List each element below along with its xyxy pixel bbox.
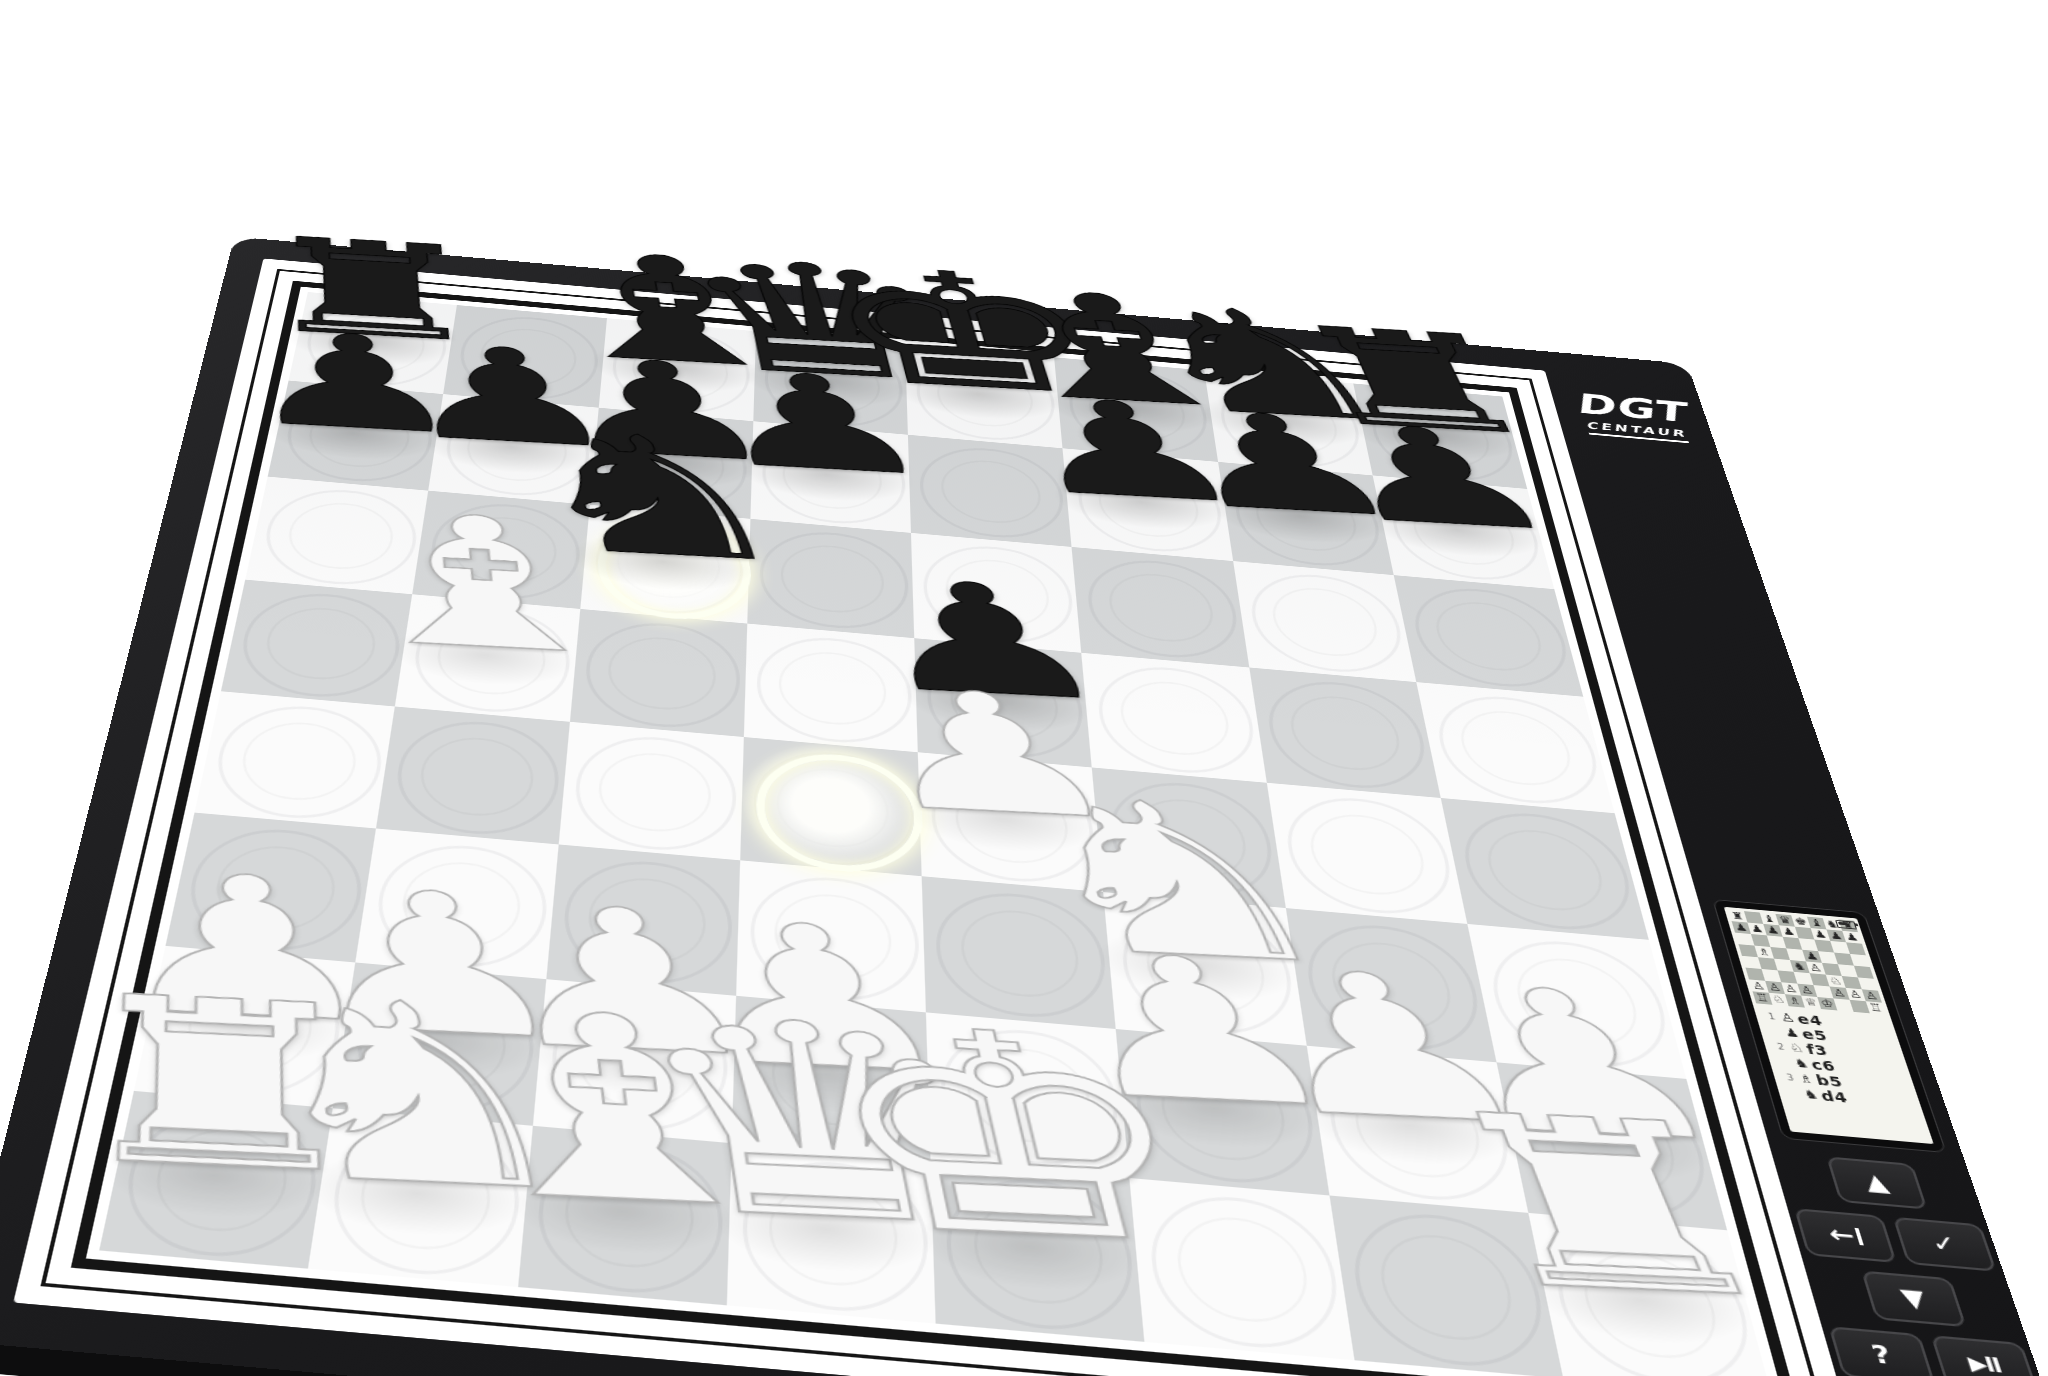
sensor-circle-print-inner <box>965 1044 1093 1148</box>
move-row-5: 3♗b5 <box>1777 1069 1915 1096</box>
white-bishop-glyph: ♝ <box>435 977 809 1248</box>
question-mark-icon: ? <box>1869 1342 1894 1369</box>
lcd-square-h5 <box>1850 954 1870 967</box>
piece-shadow <box>311 988 551 1092</box>
sensor-circle-print <box>390 716 564 841</box>
sensor-circle-print <box>741 1155 929 1318</box>
lcd-square-c8: ♝ <box>1760 913 1779 926</box>
lcd-square-c6 <box>1767 935 1786 948</box>
battery-level <box>1838 922 1847 925</box>
white-bishop-icon: ♗ <box>1794 1071 1819 1086</box>
lcd-square-g7: ♟ <box>1826 929 1846 942</box>
sensor-circle-print-inner <box>1374 1230 1521 1345</box>
sensor-circle-print <box>1512 1073 1720 1225</box>
move-row-4: ♞c6 <box>1772 1053 1909 1080</box>
sensor-circle-print <box>149 956 349 1103</box>
down-button[interactable]: ▼ <box>1861 1270 1967 1327</box>
move-number: 1 <box>1760 1011 1779 1021</box>
lcd-square-c5 <box>1770 947 1790 960</box>
square-f2 <box>1116 1029 1329 1196</box>
sensor-circle-print-inner <box>416 733 537 820</box>
sensor-circle-print-inner <box>772 1027 896 1131</box>
lcd-square-h1: ♖ <box>1866 1001 1886 1014</box>
sensor-circle-print-inner <box>377 994 510 1097</box>
printed-board-surface: ♜♝♛♚♝♞♜♟♟♟♟♟♟♟♞♝♟♟♞♟♟♟♟♟♟♟♜♞♝♛♚♜ <box>13 259 1862 1376</box>
sensor-circle-print <box>532 1138 725 1300</box>
sensor-circle-print <box>547 990 730 1138</box>
lcd-square-d1: ♕ <box>1801 996 1821 1009</box>
lcd-square-e6 <box>1798 938 1818 951</box>
white-pawn-glyph: ♟ <box>1404 959 1756 1171</box>
white-knight-icon: ♘ <box>1785 1041 1809 1056</box>
lcd-square-c4 <box>1774 959 1794 972</box>
sensor-circle-print <box>571 731 738 856</box>
lcd-mini-board: ♜♝♛♚♝♞♜♟♟♟♟♟♟♟♗♟♞♙♘♙♙♙♙♙♙♙♖♘♗♕♔♖ <box>1728 910 1886 1015</box>
sensor-circle-print <box>745 1006 924 1155</box>
sensor-circle-print-inner <box>596 749 712 836</box>
move-row-1: 1♙e4 <box>1759 1008 1894 1034</box>
sensor-circle-print <box>1544 1225 1764 1376</box>
piece-shadow <box>1506 1243 1769 1359</box>
lcd-square-g1 <box>1850 1000 1870 1013</box>
lcd-square-h8: ♜ <box>1838 919 1858 932</box>
sensor-circle-print <box>324 1120 526 1281</box>
piece-shadow <box>492 1155 739 1269</box>
dgt-centaur-board: ♜♝♛♚♝♞♜♟♟♟♟♟♟♟♞♝♟♟♞♟♟♟♟♟♟♟♜♞♝♛♚♜ DGT CEN… <box>0 237 2048 1376</box>
lcd-square-g3 <box>1842 976 1862 989</box>
piece-layer: ♜♝♛♚♝♞♜♟♟♟♟♟♟♟♞♝♟♟♞♟♟♟♟♟♟♟♜♞♝♛♚♜ <box>99 292 1772 1376</box>
lcd-square-b2: ♙ <box>1765 981 1785 994</box>
lcd-square-f8: ♝ <box>1807 917 1827 930</box>
move-number <box>1775 1061 1792 1062</box>
piece-white-bishop-c1[interactable]: ♝ <box>370 974 878 1252</box>
scene: ♜♝♛♚♝♞♜♟♟♟♟♟♟♟♞♝♟♟♞♟♟♟♟♟♟♟♜♞♝♛♚♜ DGT CEN… <box>118 0 1855 1376</box>
up-button[interactable]: ▲ <box>1826 1156 1928 1209</box>
square-e1 <box>931 1160 1145 1342</box>
lcd-square-f7: ♟ <box>1811 928 1831 941</box>
piece-shadow <box>78 1119 336 1232</box>
square-f1 <box>1130 1178 1354 1360</box>
sensor-circle-print-inner <box>1481 825 1612 914</box>
sensor-circle-print-inner <box>972 1195 1106 1309</box>
white-king-glyph: ♚ <box>798 991 1235 1288</box>
lcd-square-b4 <box>1758 957 1778 970</box>
lcd-square-e5: ♟ <box>1802 950 1822 963</box>
sensor-circle-print <box>348 973 539 1120</box>
lcd-square-f2: ♙ <box>1830 986 1850 999</box>
white-pawn-icon: ♙ <box>1775 1010 1799 1025</box>
move-number: 3 <box>1778 1072 1797 1082</box>
move-san: d4 <box>1819 1088 1920 1112</box>
move-row-2: ♟e5 <box>1763 1023 1899 1050</box>
square-d1 <box>726 1143 935 1324</box>
square-a4 <box>194 691 395 828</box>
lcd-square-e3 <box>1810 973 1830 986</box>
move-number <box>1784 1092 1801 1093</box>
white-knight-glyph: ♞ <box>248 966 599 1230</box>
piece-white-knight-b1[interactable]: ♞ <box>181 963 667 1233</box>
lcd-square-e8: ♚ <box>1791 915 1810 928</box>
move-san: e4 <box>1795 1011 1894 1034</box>
square-a1 <box>99 1091 333 1269</box>
lcd-square-d7: ♟ <box>1779 925 1798 938</box>
piece-shadow <box>1092 1055 1332 1161</box>
sensor-circle-print-inner <box>1541 1094 1686 1200</box>
lcd-square-b3 <box>1762 969 1782 982</box>
lcd-square-d4: ♞ <box>1790 960 1810 973</box>
square-b4 <box>376 707 569 845</box>
sensor-circle-print-inner <box>147 1125 294 1237</box>
lcd-square-f5 <box>1818 951 1838 964</box>
sensor-circle-print <box>1321 1056 1521 1207</box>
sensor-circle-print-inner <box>1173 1213 1314 1327</box>
play-pause-button[interactable]: ▶II <box>1930 1335 2039 1376</box>
lcd-square-b5: ♗ <box>1754 946 1774 959</box>
lcd-square-d5 <box>1786 948 1806 961</box>
play-area: ♜♝♛♚♝♞♜♟♟♟♟♟♟♟♞♝♟♟♞♟♟♟♟♟♟♟♜♞♝♛♚♜ <box>99 292 1772 1376</box>
lcd-square-a1: ♖ <box>1753 991 1773 1004</box>
back-arrow-icon: ← <box>1826 1222 1858 1248</box>
help-button[interactable]: ? <box>1828 1326 1935 1376</box>
piece-shadow <box>903 1190 1149 1305</box>
move-san: f3 <box>1804 1041 1904 1065</box>
back-arrow-bar <box>1854 1228 1863 1245</box>
move-row-3: 2♘f3 <box>1768 1038 1905 1065</box>
lcd-square-d6 <box>1783 937 1803 950</box>
sensor-circle-print <box>1130 1040 1322 1190</box>
square-g1 <box>1329 1195 1563 1376</box>
lcd-square-h7: ♟ <box>1842 931 1862 944</box>
black-knight-icon: ♞ <box>1789 1056 1813 1071</box>
white-rook-glyph: ♜ <box>1412 1083 1816 1334</box>
piece-shadow <box>285 1137 537 1250</box>
square-h4 <box>1440 798 1648 940</box>
sensor-circle-print-inner <box>562 1160 696 1273</box>
up-arrow-icon: ▲ <box>1862 1170 1892 1195</box>
lcd-square-e4: ♙ <box>1806 961 1826 974</box>
piece-white-rook-a1[interactable]: ♜ <box>0 963 443 1212</box>
battery-icon <box>1835 920 1857 930</box>
lcd-square-a5 <box>1738 944 1757 957</box>
lcd-square-c2: ♙ <box>1781 982 1801 995</box>
lcd-square-c3 <box>1778 970 1798 983</box>
board-stage: ♜♝♛♚♝♞♜♟♟♟♟♟♟♟♞♝♟♟♞♟♟♟♟♟♟♟♜♞♝♛♚♜ DGT CEN… <box>118 0 1855 1376</box>
lcd-square-h3 <box>1858 977 1878 990</box>
piece-shadow <box>114 971 359 1074</box>
move-row-6: ♞d4 <box>1782 1084 1921 1111</box>
play-pause-icon: ▶II <box>1965 1353 2003 1375</box>
lcd-square-d3 <box>1794 972 1814 985</box>
product-photo-canvas: ♜♝♛♚♝♞♜♟♟♟♟♟♟♟♞♝♟♟♞♟♟♟♟♟♟♟♜♞♝♛♚♜ DGT CEN… <box>0 0 2048 1376</box>
lcd-square-g6 <box>1830 941 1850 954</box>
sensor-circle-print <box>1344 1207 1555 1372</box>
sensor-circle-print-inner <box>1349 1077 1488 1182</box>
move-number: 2 <box>1769 1042 1788 1052</box>
lcd-square-g4 <box>1838 964 1858 977</box>
lcd-square-f3: ♘ <box>1826 975 1846 988</box>
lcd-square-c1: ♗ <box>1785 994 1805 1007</box>
lcd-square-g2: ♙ <box>1846 988 1866 1001</box>
lcd-square-h4 <box>1854 966 1874 979</box>
back-button[interactable]: ← <box>1794 1208 1897 1263</box>
lcd-square-g8: ♞ <box>1823 918 1843 931</box>
piece-shadow <box>699 1172 943 1286</box>
lcd-move-list: 1♙e4♟e52♘f3♞c63♗b5♞d4 <box>1759 1008 1920 1112</box>
sensor-circle-print-inner <box>1157 1061 1291 1166</box>
black-knight-icon: ♞ <box>1799 1087 1824 1103</box>
lcd-square-b8 <box>1744 911 1763 924</box>
move-san: e5 <box>1800 1026 1899 1049</box>
sensor-circle-print <box>208 701 389 825</box>
sensor-circle-print-inner <box>1575 1248 1728 1364</box>
piece-shadow <box>705 1022 938 1127</box>
square-h1 <box>1528 1213 1772 1376</box>
sensor-circle-print-inner <box>574 1010 702 1113</box>
lcd-square-f4 <box>1822 963 1842 976</box>
sensor-circle-print-inner <box>235 718 361 804</box>
lcd-square-a2: ♙ <box>1749 979 1769 992</box>
lcd-square-h2: ♙ <box>1862 989 1882 1002</box>
sensor-circle-print <box>940 1023 1124 1173</box>
piece-white-bishop-b5[interactable]: ♝ <box>280 485 699 686</box>
sensor-circle-print <box>945 1172 1138 1336</box>
checkmark-icon: ✓ <box>1928 1231 1961 1257</box>
piece-shadow <box>1475 1089 1725 1196</box>
lcd-square-a4 <box>1742 956 1762 969</box>
lcd-square-a8: ♜ <box>1728 910 1747 923</box>
black-pawn-icon: ♟ <box>1780 1025 1804 1040</box>
lcd-square-e1: ♔ <box>1817 997 1837 1010</box>
lcd-square-f6 <box>1814 940 1834 953</box>
lcd-square-d8: ♛ <box>1775 914 1794 927</box>
piece-white-king-e1[interactable]: ♚ <box>728 988 1310 1291</box>
move-number <box>1766 1031 1782 1032</box>
lcd-square-a3 <box>1745 968 1765 981</box>
confirm-button[interactable]: ✓ <box>1893 1217 1997 1272</box>
lcd-square-h6 <box>1846 942 1866 955</box>
lcd-square-f1 <box>1833 998 1853 1011</box>
sensor-circle-print-inner <box>179 977 318 1079</box>
lcd-square-b7: ♟ <box>1747 923 1766 936</box>
lcd-square-c7: ♟ <box>1763 924 1782 937</box>
sensor-circle-print-inner <box>354 1142 494 1254</box>
square-b1 <box>308 1108 532 1287</box>
sensor-circle-print <box>1454 808 1642 936</box>
lcd-square-a6 <box>1735 933 1754 946</box>
sensor-circle-print-inner <box>769 1178 899 1291</box>
lcd-square-g5 <box>1834 953 1854 966</box>
square-c1 <box>517 1125 731 1305</box>
lcd-square-a7: ♟ <box>1732 921 1751 934</box>
lcd-square-e7 <box>1795 927 1815 940</box>
move-san: c6 <box>1809 1057 1909 1081</box>
lcd-square-b1: ♘ <box>1769 993 1789 1006</box>
piece-shadow <box>508 1005 743 1109</box>
sensor-circle-print <box>115 1103 326 1264</box>
down-arrow-icon: ▼ <box>1898 1285 1929 1311</box>
piece-shadow <box>1283 1072 1528 1178</box>
square-c4 <box>558 722 744 861</box>
sensor-circle-print <box>1145 1190 1347 1355</box>
move-san: b5 <box>1814 1072 1915 1096</box>
white-rook-glyph: ♜ <box>57 966 380 1209</box>
lcd-square-b6 <box>1751 934 1770 947</box>
lcd-square-e2 <box>1813 985 1833 998</box>
lcd-square-d2: ♙ <box>1797 984 1817 997</box>
